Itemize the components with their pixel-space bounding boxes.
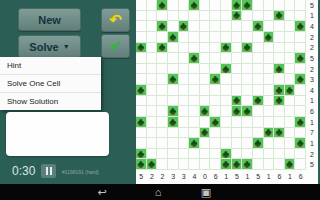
grid-cell[interactable] xyxy=(157,117,168,128)
grid-cell[interactable] xyxy=(189,64,200,75)
grid-cell[interactable] xyxy=(295,159,306,170)
grid-cell[interactable] xyxy=(285,128,296,139)
row-clue: 1 xyxy=(306,117,318,128)
grid-cell[interactable] xyxy=(221,128,232,139)
grid-cell[interactable] xyxy=(253,43,264,54)
tree-cell[interactable]: ♣ xyxy=(147,159,158,170)
chevron-down-icon: ▼ xyxy=(63,43,70,50)
tree-cell[interactable]: ♣ xyxy=(136,117,147,128)
row-clue: 4 xyxy=(306,21,318,32)
column-clue: 5 xyxy=(232,170,243,182)
grid-cell[interactable] xyxy=(264,53,275,64)
checkmark-icon: ✔ xyxy=(109,37,122,55)
grid-cell[interactable] xyxy=(232,43,243,54)
grid-cell[interactable] xyxy=(189,106,200,117)
grid-cell[interactable] xyxy=(147,0,158,11)
grid-cell[interactable] xyxy=(253,159,264,170)
column-clue: 1 xyxy=(285,170,296,182)
row-clue: 1 xyxy=(306,138,318,149)
grid-cell[interactable] xyxy=(232,74,243,85)
grid-cell[interactable] xyxy=(136,128,147,139)
new-button[interactable]: New xyxy=(18,8,81,31)
grid-cell[interactable] xyxy=(253,117,264,128)
grid-cell[interactable] xyxy=(232,21,243,32)
grid-cell[interactable] xyxy=(200,159,211,170)
tree-cell[interactable]: ♣ xyxy=(295,138,306,149)
grid-cell[interactable] xyxy=(168,85,179,96)
grid-cell[interactable] xyxy=(264,138,275,149)
column-clue: 1 xyxy=(264,170,275,182)
tree-cell[interactable]: ♣ xyxy=(221,159,232,170)
grid-cell[interactable] xyxy=(210,0,221,11)
column-clue: 6 xyxy=(295,170,306,182)
grid-cell[interactable] xyxy=(221,11,232,22)
tree-cell[interactable]: ♣ xyxy=(242,106,253,117)
grid-cell[interactable] xyxy=(274,138,285,149)
tree-cell[interactable]: ♣ xyxy=(253,21,264,32)
column-clue: 1 xyxy=(221,170,232,182)
grid-cell[interactable] xyxy=(264,11,275,22)
grid-cell[interactable] xyxy=(147,64,158,75)
grid-cell[interactable] xyxy=(242,64,253,75)
row-clue: 5 xyxy=(306,53,318,64)
tree-cell[interactable]: ♣ xyxy=(285,85,296,96)
grid-cell[interactable] xyxy=(157,64,168,75)
grid-cell[interactable] xyxy=(285,64,296,75)
grid-cell[interactable] xyxy=(210,149,221,160)
menu-item-show-solution[interactable]: Show Solution xyxy=(0,93,101,110)
grid-cell[interactable] xyxy=(147,11,158,22)
solve-dropdown-menu: HintSolve One CellShow Solution xyxy=(0,57,101,110)
grid-cell[interactable] xyxy=(200,32,211,43)
grid-cell[interactable] xyxy=(264,106,275,117)
grid-cell[interactable] xyxy=(221,21,232,32)
grid-cell[interactable] xyxy=(285,117,296,128)
grid-cell[interactable] xyxy=(200,21,211,32)
menu-item-hint[interactable]: Hint xyxy=(0,57,101,75)
grid-cell[interactable] xyxy=(147,138,158,149)
grid-cell[interactable] xyxy=(168,11,179,22)
pause-button[interactable] xyxy=(41,164,56,178)
grid-cell[interactable] xyxy=(189,32,200,43)
tree-cell[interactable]: ♣ xyxy=(264,128,275,139)
grid-cell[interactable] xyxy=(157,159,168,170)
check-solution-button[interactable]: ✔ xyxy=(101,34,130,58)
grid-cell[interactable] xyxy=(210,159,221,170)
tree-cell[interactable]: ♣ xyxy=(200,106,211,117)
tree-cell[interactable]: ♣ xyxy=(242,43,253,54)
grid-cell[interactable] xyxy=(168,159,179,170)
tree-cell[interactable]: ♣ xyxy=(232,159,243,170)
column-clue: 5 xyxy=(253,170,264,182)
grid-cell[interactable] xyxy=(274,21,285,32)
tree-cell[interactable]: ♣ xyxy=(274,11,285,22)
grid-cell[interactable] xyxy=(168,43,179,54)
tree-cell[interactable]: ♣ xyxy=(242,0,253,11)
grid-cell[interactable] xyxy=(179,85,190,96)
grid-cell[interactable] xyxy=(189,117,200,128)
grid-cell[interactable] xyxy=(295,85,306,96)
row-clue: 3 xyxy=(306,74,318,85)
grid-cell[interactable] xyxy=(136,21,147,32)
grid-cell[interactable] xyxy=(264,0,275,11)
grid-cell[interactable] xyxy=(179,128,190,139)
tree-cell[interactable]: ♣ xyxy=(295,74,306,85)
grid-cell[interactable] xyxy=(285,53,296,64)
tree-cell[interactable]: ♣ xyxy=(168,74,179,85)
row-clue: 2 xyxy=(306,32,318,43)
column-clues: 5223340615151616 xyxy=(136,170,306,182)
column-clue: 6 xyxy=(274,170,285,182)
grid-cell[interactable] xyxy=(147,53,158,64)
grid-cell[interactable] xyxy=(189,85,200,96)
undo-button[interactable]: ↶ xyxy=(101,8,130,32)
tree-cell[interactable]: ♣ xyxy=(136,85,147,96)
grid-cell[interactable] xyxy=(242,11,253,22)
row-clue: 2 xyxy=(306,64,318,75)
grid-cell[interactable] xyxy=(242,21,253,32)
grid-cell[interactable] xyxy=(189,11,200,22)
grid-cell[interactable] xyxy=(179,138,190,149)
row-clue: 5 xyxy=(306,0,318,11)
grid-cell[interactable] xyxy=(179,159,190,170)
tree-cell[interactable]: ♣ xyxy=(221,43,232,54)
grid-cell[interactable] xyxy=(168,138,179,149)
column-clue: 5 xyxy=(136,170,147,182)
grid-cell[interactable] xyxy=(136,11,147,22)
pause-icon xyxy=(46,167,48,175)
grid-cell[interactable] xyxy=(210,32,221,43)
grid-cell[interactable] xyxy=(221,106,232,117)
grid-cell[interactable] xyxy=(210,128,221,139)
grid-cell[interactable] xyxy=(274,106,285,117)
grid-cell[interactable] xyxy=(157,96,168,107)
grid-cell[interactable] xyxy=(285,138,296,149)
grid-cell[interactable] xyxy=(295,0,306,11)
row-clue: 2 xyxy=(306,149,318,160)
grid-cell[interactable] xyxy=(200,149,211,160)
grid-cell[interactable] xyxy=(200,11,211,22)
grid-cell[interactable] xyxy=(264,159,275,170)
grid-cell[interactable] xyxy=(147,32,158,43)
tree-cell[interactable]: ♣ xyxy=(179,21,190,32)
tree-cell[interactable]: ♣ xyxy=(157,43,168,54)
tree-cell[interactable]: ♣ xyxy=(232,11,243,22)
grid-cell[interactable] xyxy=(253,149,264,160)
tree-cell[interactable]: ♣ xyxy=(274,128,285,139)
grid-cell[interactable] xyxy=(157,128,168,139)
grid-cell[interactable] xyxy=(253,74,264,85)
grid-cell[interactable] xyxy=(285,43,296,54)
grid-cell[interactable] xyxy=(179,64,190,75)
tree-cell[interactable]: ♣ xyxy=(242,159,253,170)
tree-cell[interactable]: ♣ xyxy=(168,117,179,128)
grid-cell[interactable] xyxy=(295,149,306,160)
grid-cell[interactable] xyxy=(200,43,211,54)
grid-cell[interactable] xyxy=(295,96,306,107)
row-clue: 4 xyxy=(306,85,318,96)
grid-cell[interactable] xyxy=(242,128,253,139)
grid-cell[interactable] xyxy=(242,138,253,149)
tree-cell[interactable]: ♣ xyxy=(136,43,147,54)
tree-cell[interactable]: ♣ xyxy=(274,64,285,75)
grid-cell[interactable] xyxy=(200,64,211,75)
grid-cell[interactable] xyxy=(147,106,158,117)
column-clue: 3 xyxy=(179,170,190,182)
back-icon[interactable]: ↩ xyxy=(97,184,106,200)
tree-cell[interactable]: ♣ xyxy=(285,159,296,170)
grid-cell[interactable] xyxy=(274,149,285,160)
grid-cell[interactable] xyxy=(147,21,158,32)
column-clue: 2 xyxy=(157,170,168,182)
column-clue: 6 xyxy=(210,170,221,182)
grid-cell[interactable] xyxy=(157,149,168,160)
tree-cell[interactable]: ♣ xyxy=(221,64,232,75)
column-clue: 3 xyxy=(168,170,179,182)
grid-cell[interactable] xyxy=(179,0,190,11)
grid-cell[interactable] xyxy=(210,138,221,149)
tree-cell[interactable]: ♣ xyxy=(168,32,179,43)
blank-card xyxy=(6,112,109,156)
grid-cell[interactable] xyxy=(221,117,232,128)
tree-cell[interactable]: ♣ xyxy=(264,32,275,43)
grid-cell[interactable] xyxy=(210,85,221,96)
grid-cell[interactable] xyxy=(179,32,190,43)
solve-dropdown-button[interactable]: Solve ▼ xyxy=(18,35,81,58)
grid-cell[interactable] xyxy=(274,32,285,43)
tree-cell[interactable]: ♣ xyxy=(136,159,147,170)
grid-cell[interactable] xyxy=(189,159,200,170)
grid-cell[interactable] xyxy=(210,96,221,107)
grid-cell[interactable] xyxy=(274,43,285,54)
grid-cell[interactable] xyxy=(210,43,221,54)
row-clues: 5142252341617125 xyxy=(306,0,318,170)
grid-cell[interactable] xyxy=(179,96,190,107)
menu-item-solve-one-cell[interactable]: Solve One Cell xyxy=(0,75,101,93)
grid-cell[interactable] xyxy=(179,117,190,128)
column-clue: 1 xyxy=(242,170,253,182)
grid-cell[interactable] xyxy=(189,74,200,85)
grid-cell[interactable] xyxy=(285,11,296,22)
grid-cell[interactable] xyxy=(179,106,190,117)
grid-cell[interactable] xyxy=(168,149,179,160)
grid-cell[interactable] xyxy=(136,0,147,11)
grid-cell[interactable] xyxy=(221,85,232,96)
grid-cell[interactable] xyxy=(274,159,285,170)
tree-cell[interactable]: ♣ xyxy=(253,96,264,107)
tree-cell[interactable]: ♣ xyxy=(210,117,221,128)
puzzle-grid: ♣♣♣♣♣♣♣♣♣♣♣♣♣♣♣♣♣♣♣♣♣♣♣♣♣♣♣♣♣♣♣♣♣♣♣♣♣♣♣♣… xyxy=(136,0,306,170)
grid-cell[interactable] xyxy=(253,64,264,75)
new-button-label: New xyxy=(38,14,61,26)
grid-cell[interactable] xyxy=(168,53,179,64)
grid-cell[interactable] xyxy=(157,53,168,64)
timer-label: 0:30 xyxy=(12,164,35,178)
grid-cell[interactable] xyxy=(147,43,158,54)
grid-cell[interactable] xyxy=(168,0,179,11)
grid-cell[interactable] xyxy=(264,85,275,96)
grid-cell[interactable] xyxy=(210,11,221,22)
tree-cell[interactable]: ♣ xyxy=(157,21,168,32)
grid-cell[interactable] xyxy=(242,117,253,128)
tree-cell[interactable]: ♣ xyxy=(274,96,285,107)
grid-cell[interactable] xyxy=(264,96,275,107)
tree-cell[interactable]: ♣ xyxy=(189,138,200,149)
grid-cell[interactable] xyxy=(179,74,190,85)
grid-cell[interactable] xyxy=(232,128,243,139)
grid-cell[interactable] xyxy=(232,53,243,64)
grid-cell[interactable] xyxy=(147,128,158,139)
row-clue: 2 xyxy=(306,43,318,54)
row-clue: 6 xyxy=(306,106,318,117)
grid-cell[interactable] xyxy=(221,74,232,85)
grid-cell[interactable] xyxy=(136,64,147,75)
grid-cell[interactable] xyxy=(189,21,200,32)
solve-button-label: Solve xyxy=(29,41,58,53)
grid-cell[interactable] xyxy=(210,21,221,32)
grid-cell[interactable] xyxy=(295,32,306,43)
grid-cell[interactable] xyxy=(232,64,243,75)
grid-cell[interactable] xyxy=(285,32,296,43)
grid-cell[interactable] xyxy=(157,85,168,96)
tree-cell[interactable]: ♣ xyxy=(295,117,306,128)
grid-cell[interactable] xyxy=(147,96,158,107)
grid-cell[interactable] xyxy=(157,138,168,149)
grid-cell[interactable] xyxy=(157,74,168,85)
puzzle-id-label: #1198191 (hard) xyxy=(62,169,99,175)
grid-cell[interactable] xyxy=(285,106,296,117)
grid-cell[interactable] xyxy=(179,53,190,64)
grid-cell[interactable] xyxy=(189,96,200,107)
grid-cell[interactable] xyxy=(147,85,158,96)
grid-cell[interactable] xyxy=(264,74,275,85)
row-clue: 7 xyxy=(306,128,318,139)
grid-cell[interactable] xyxy=(200,138,211,149)
grid-cell[interactable] xyxy=(147,117,158,128)
grid-cell[interactable] xyxy=(264,149,275,160)
grid-cell[interactable] xyxy=(200,74,211,85)
grid-cell[interactable] xyxy=(221,96,232,107)
column-clue: 2 xyxy=(147,170,158,182)
tree-cell[interactable]: ♣ xyxy=(210,74,221,85)
grid-cell[interactable] xyxy=(242,74,253,85)
grid-cell[interactable] xyxy=(200,85,211,96)
grid-cell[interactable] xyxy=(147,74,158,85)
grid-cell[interactable] xyxy=(232,138,243,149)
grid-cell[interactable] xyxy=(200,53,211,64)
grid-cell[interactable] xyxy=(242,53,253,64)
column-clue: 0 xyxy=(200,170,211,182)
tree-cell[interactable]: ♣ xyxy=(253,138,264,149)
grid-cell[interactable] xyxy=(285,21,296,32)
home-icon[interactable]: ⌂ xyxy=(155,184,162,200)
grid-cell[interactable] xyxy=(168,128,179,139)
grid-cell[interactable] xyxy=(221,0,232,11)
row-clue: 1 xyxy=(306,11,318,22)
grid-cell[interactable] xyxy=(210,53,221,64)
grid-cell[interactable] xyxy=(253,32,264,43)
grid-cell[interactable] xyxy=(253,0,264,11)
grid-cell[interactable] xyxy=(242,85,253,96)
grid-cell[interactable] xyxy=(285,0,296,11)
grid-cell[interactable] xyxy=(253,106,264,117)
row-clue: 5 xyxy=(306,159,318,170)
grid-cell[interactable] xyxy=(179,43,190,54)
recents-icon[interactable]: ▣ xyxy=(201,184,211,200)
tree-cell[interactable]: ♣ xyxy=(200,128,211,139)
tree-cell[interactable]: ♣ xyxy=(295,21,306,32)
grid-cell[interactable] xyxy=(264,43,275,54)
app-screen: New ↶ Solve ▼ ✔ HintSolve One CellShow S… xyxy=(0,0,320,200)
grid-cell[interactable] xyxy=(189,149,200,160)
grid-cell[interactable] xyxy=(253,53,264,64)
tree-cell[interactable]: ♣ xyxy=(157,0,168,11)
grid-cell[interactable] xyxy=(232,32,243,43)
grid-cell[interactable] xyxy=(179,149,190,160)
column-clue: 4 xyxy=(189,170,200,182)
tree-cell[interactable]: ♣ xyxy=(232,106,243,117)
grid-cell[interactable] xyxy=(157,106,168,117)
grid-cell[interactable] xyxy=(200,0,211,11)
grid-cell[interactable] xyxy=(285,96,296,107)
grid-cell[interactable] xyxy=(232,117,243,128)
tree-cell[interactable]: ♣ xyxy=(295,53,306,64)
grid-cell[interactable] xyxy=(136,53,147,64)
undo-icon: ↶ xyxy=(109,11,122,29)
grid-cell[interactable] xyxy=(264,64,275,75)
android-nav-bar: ↩⌂▣ xyxy=(0,184,320,200)
grid-cell[interactable] xyxy=(136,96,147,107)
row-clue: 1 xyxy=(306,96,318,107)
tree-cell[interactable]: ♣ xyxy=(189,0,200,11)
tree-cell[interactable]: ♣ xyxy=(189,53,200,64)
